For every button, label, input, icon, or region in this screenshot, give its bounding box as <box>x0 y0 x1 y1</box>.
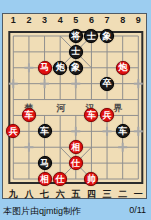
file-label-top-9: 9 <box>130 15 146 25</box>
file-label-top-1: 1 <box>5 15 21 25</box>
file-label-bottom-4: 六 <box>52 189 68 199</box>
file-label-top-8: 8 <box>115 15 131 25</box>
piece-red-f5r8[interactable]: 相 <box>69 140 83 154</box>
piece-black-f5r2[interactable]: 士 <box>69 45 83 59</box>
file-label-top-4: 4 <box>52 15 68 25</box>
piece-black-f3r9[interactable]: 马 <box>38 156 52 170</box>
file-label-bottom-5: 五 <box>68 189 84 199</box>
file-label-bottom-3: 七 <box>37 189 53 199</box>
move-counter: 0/11 <box>129 205 146 215</box>
xiangqi-viewer: 楚河汉界 123456789 将士象士炮象卒车车马马炮车车兵兵相仕相仕帅 九八七… <box>0 0 151 220</box>
file-label-top-3: 3 <box>37 15 53 25</box>
file-label-bottom-2: 八 <box>21 189 37 199</box>
piece-black-f4r3[interactable]: 炮 <box>53 61 67 75</box>
file-label-bottom-1: 九 <box>5 189 21 199</box>
file-label-top-2: 2 <box>21 15 37 25</box>
piece-black-f8r7[interactable]: 车 <box>116 124 130 138</box>
river-label: 界 <box>113 103 123 113</box>
file-label-bottom-7: 三 <box>99 189 115 199</box>
status-bar: 本图片由qjmtig制作 0/11 <box>0 200 151 220</box>
piece-black-f7r1[interactable]: 象 <box>100 29 114 43</box>
file-label-top-5: 5 <box>68 15 84 25</box>
file-label-bottom-6: 四 <box>83 189 99 199</box>
river-label: 河 <box>56 103 66 113</box>
piece-black-f7r4[interactable]: 卒 <box>100 77 114 91</box>
file-label-bottom-8: 二 <box>115 189 131 199</box>
piece-red-f3r10[interactable]: 相 <box>38 172 52 186</box>
xiangqi-board[interactable]: 楚河汉界 123456789 将士象士炮象卒车车马马炮车车兵兵相仕相仕帅 九八七… <box>2 13 147 199</box>
file-label-top-6: 6 <box>83 15 99 25</box>
credit-text: 本图片由qjmtig制作 <box>3 205 81 218</box>
piece-red-f8r3[interactable]: 炮 <box>116 61 130 75</box>
piece-red-f5r9[interactable]: 仕 <box>69 156 83 170</box>
piece-black-f3r7[interactable]: 车 <box>38 124 52 138</box>
piece-black-f5r3[interactable]: 象 <box>69 61 83 75</box>
piece-red-f3r3[interactable]: 马 <box>38 61 52 75</box>
file-label-top-7: 7 <box>99 15 115 25</box>
piece-black-f5r1[interactable]: 将 <box>69 29 83 43</box>
file-label-bottom-9: 一 <box>130 189 146 199</box>
